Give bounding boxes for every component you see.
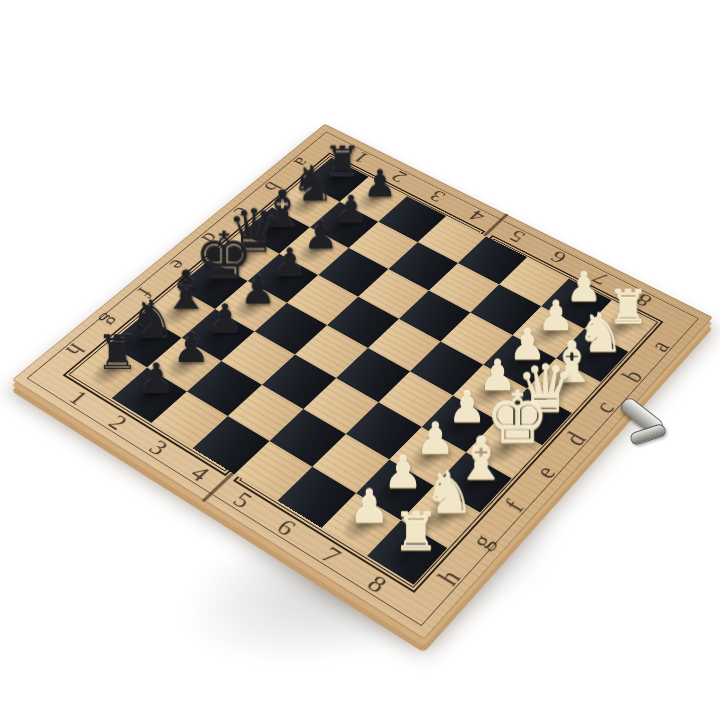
piece-shadow — [369, 468, 422, 512]
piece-shadow — [402, 435, 453, 477]
chess-set-photo: Angled product photo of a folding wooden… — [0, 0, 720, 720]
piece-shadow — [380, 529, 434, 575]
metal-clasp — [612, 398, 672, 462]
piece-shadow — [540, 366, 589, 406]
